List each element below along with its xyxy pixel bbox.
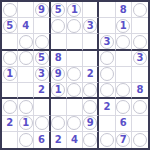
odd-cell-circle xyxy=(3,3,17,17)
cell-r2c3[interactable] xyxy=(34,18,50,34)
cell-r9c2[interactable] xyxy=(18,132,34,148)
cell-r8c4[interactable] xyxy=(51,116,67,132)
cell-r2c7[interactable] xyxy=(99,18,115,34)
cell-r4c3[interactable]: 5 xyxy=(34,51,50,67)
cell-r5c6[interactable]: 2 xyxy=(83,67,99,83)
odd-cell-circle xyxy=(133,3,147,17)
odd-cell-circle xyxy=(51,19,65,33)
cell-r9c6[interactable] xyxy=(83,132,99,148)
cell-r6c4[interactable]: 1 xyxy=(51,83,67,99)
odd-cell-circle xyxy=(19,133,33,147)
cell-r1c4[interactable]: 5 xyxy=(51,2,67,18)
cell-r7c3[interactable] xyxy=(34,99,50,115)
cell-r3c5[interactable] xyxy=(67,34,83,50)
cell-r4c5[interactable] xyxy=(67,51,83,67)
cell-r4c9[interactable]: 3 xyxy=(132,51,148,67)
cell-r5c2[interactable] xyxy=(18,67,34,83)
given-digit: 1 xyxy=(120,21,127,31)
given-digit: 5 xyxy=(38,53,45,63)
given-digit: 2 xyxy=(87,69,94,79)
cell-r7c9[interactable] xyxy=(132,99,148,115)
given-digit: 1 xyxy=(71,5,78,15)
given-digit: 2 xyxy=(38,85,45,95)
cell-r6c7[interactable] xyxy=(99,83,115,99)
given-digit: 1 xyxy=(55,85,62,95)
cell-r1c1[interactable] xyxy=(2,2,18,18)
cell-r8c2[interactable]: 1 xyxy=(18,116,34,132)
given-digit: 7 xyxy=(120,135,127,145)
odd-cell-circle xyxy=(67,19,81,33)
cell-r6c6[interactable] xyxy=(83,83,99,99)
cell-r2c2[interactable]: 4 xyxy=(18,18,34,34)
odd-cell-circle xyxy=(100,83,114,97)
cell-r3c8[interactable] xyxy=(116,34,132,50)
cell-r2c6[interactable]: 3 xyxy=(83,18,99,34)
cell-r4c6[interactable] xyxy=(83,51,99,67)
cell-r8c8[interactable]: 6 xyxy=(116,116,132,132)
cell-r5c9[interactable] xyxy=(132,67,148,83)
cell-r8c3[interactable] xyxy=(34,116,50,132)
odd-cell-circle xyxy=(3,100,17,114)
cell-r8c9[interactable] xyxy=(132,116,148,132)
cell-r6c9[interactable]: 8 xyxy=(132,83,148,99)
odd-cell-circle xyxy=(67,116,81,130)
cell-r9c8[interactable]: 7 xyxy=(116,132,132,148)
odd-cell-circle xyxy=(133,100,147,114)
cell-r9c3[interactable]: 6 xyxy=(34,132,50,148)
odd-cell-circle xyxy=(83,133,97,147)
cell-r6c1[interactable] xyxy=(2,83,18,99)
cell-r7c2[interactable] xyxy=(18,99,34,115)
given-digit: 9 xyxy=(38,5,45,15)
odd-cell-circle xyxy=(35,116,49,130)
cell-r5c4[interactable]: 9 xyxy=(51,67,67,83)
odd-cell-circle xyxy=(35,35,49,49)
odd-cell-circle xyxy=(19,51,33,65)
cell-r3c9[interactable] xyxy=(132,34,148,50)
cell-r3c4[interactable] xyxy=(51,34,67,50)
cell-r5c1[interactable]: 1 xyxy=(2,67,18,83)
cell-r2c1[interactable]: 5 xyxy=(2,18,18,34)
cell-r6c5[interactable] xyxy=(67,83,83,99)
cell-r3c6[interactable] xyxy=(83,34,99,50)
given-digit: 3 xyxy=(38,69,45,79)
cell-r2c4[interactable] xyxy=(51,18,67,34)
cell-r1c5[interactable]: 1 xyxy=(67,2,83,18)
given-digit: 4 xyxy=(22,21,29,31)
given-digit: 5 xyxy=(55,5,62,15)
cell-r2c9[interactable] xyxy=(132,18,148,34)
odd-cell-circle xyxy=(3,51,17,65)
cell-r9c1[interactable] xyxy=(2,132,18,148)
cell-r7c1[interactable] xyxy=(2,99,18,115)
cell-r1c6[interactable] xyxy=(83,2,99,18)
sudoku-board: 9518543135831392218221966247 xyxy=(0,0,150,150)
cell-r3c7[interactable]: 3 xyxy=(99,34,115,50)
cell-r9c9[interactable] xyxy=(132,132,148,148)
given-digit: 1 xyxy=(22,118,29,128)
cell-r1c2[interactable] xyxy=(18,2,34,18)
cell-r9c7[interactable] xyxy=(99,132,115,148)
cell-r1c9[interactable] xyxy=(132,2,148,18)
given-digit: 6 xyxy=(38,135,45,145)
given-digit: 6 xyxy=(120,118,127,128)
cell-r1c7[interactable] xyxy=(99,2,115,18)
odd-cell-circle xyxy=(51,116,65,130)
odd-cell-circle xyxy=(100,133,114,147)
cell-r7c6[interactable] xyxy=(83,99,99,115)
cell-r7c8[interactable] xyxy=(116,99,132,115)
given-digit: 8 xyxy=(136,85,143,95)
cell-r8c7[interactable] xyxy=(99,116,115,132)
given-digit: 9 xyxy=(55,69,62,79)
given-digit: 3 xyxy=(136,53,143,63)
odd-cell-circle xyxy=(133,133,147,147)
cell-r4c2[interactable] xyxy=(18,51,34,67)
odd-cell-circle xyxy=(19,35,33,49)
odd-cell-circle xyxy=(100,67,114,81)
cell-r2c5[interactable] xyxy=(67,18,83,34)
cell-r2c8[interactable]: 1 xyxy=(116,18,132,34)
cell-r4c8[interactable] xyxy=(116,51,132,67)
cell-r7c5[interactable] xyxy=(67,99,83,115)
odd-cell-circle xyxy=(67,67,81,81)
given-digit: 9 xyxy=(87,118,94,128)
cell-r1c3[interactable]: 9 xyxy=(34,2,50,18)
cell-r5c8[interactable] xyxy=(116,67,132,83)
given-digit: 3 xyxy=(103,37,110,47)
cell-r8c6[interactable]: 9 xyxy=(83,116,99,132)
cell-r6c8[interactable] xyxy=(116,83,132,99)
given-digit: 2 xyxy=(103,102,110,112)
given-digit: 2 xyxy=(55,135,62,145)
odd-cell-circle xyxy=(116,100,130,114)
cell-r8c1[interactable]: 2 xyxy=(2,116,18,132)
odd-cell-circle xyxy=(83,83,97,97)
given-digit: 1 xyxy=(6,69,13,79)
cell-r4c4[interactable]: 8 xyxy=(51,51,67,67)
cell-r5c3[interactable]: 3 xyxy=(34,67,50,83)
cell-r7c4[interactable] xyxy=(51,99,67,115)
cell-r3c2[interactable] xyxy=(18,34,34,50)
given-digit: 8 xyxy=(120,5,127,15)
given-digit: 8 xyxy=(55,53,62,63)
cell-r5c5[interactable] xyxy=(67,67,83,83)
cell-r4c7[interactable] xyxy=(99,51,115,67)
odd-cell-circle xyxy=(133,35,147,49)
cell-r9c5[interactable]: 4 xyxy=(67,132,83,148)
odd-cell-circle xyxy=(83,100,97,114)
odd-cell-circle xyxy=(116,35,130,49)
cell-r8c5[interactable] xyxy=(67,116,83,132)
cell-r1c8[interactable]: 8 xyxy=(116,2,132,18)
cell-r3c3[interactable] xyxy=(34,34,50,50)
cell-r4c1[interactable] xyxy=(2,51,18,67)
cell-r7c7[interactable]: 2 xyxy=(99,99,115,115)
odd-cell-circle xyxy=(100,51,114,65)
given-digit: 3 xyxy=(87,21,94,31)
cell-r3c1[interactable] xyxy=(2,34,18,50)
cell-r6c3[interactable]: 2 xyxy=(34,83,50,99)
odd-cell-circle xyxy=(116,83,130,97)
given-digit: 2 xyxy=(6,118,13,128)
given-digit: 4 xyxy=(71,135,78,145)
odd-cell-circle xyxy=(67,83,81,97)
given-digit: 5 xyxy=(6,21,13,31)
cell-r9c4[interactable]: 2 xyxy=(51,132,67,148)
cell-r5c7[interactable] xyxy=(99,67,115,83)
odd-cell-circle xyxy=(19,100,33,114)
cell-r6c2[interactable] xyxy=(18,83,34,99)
